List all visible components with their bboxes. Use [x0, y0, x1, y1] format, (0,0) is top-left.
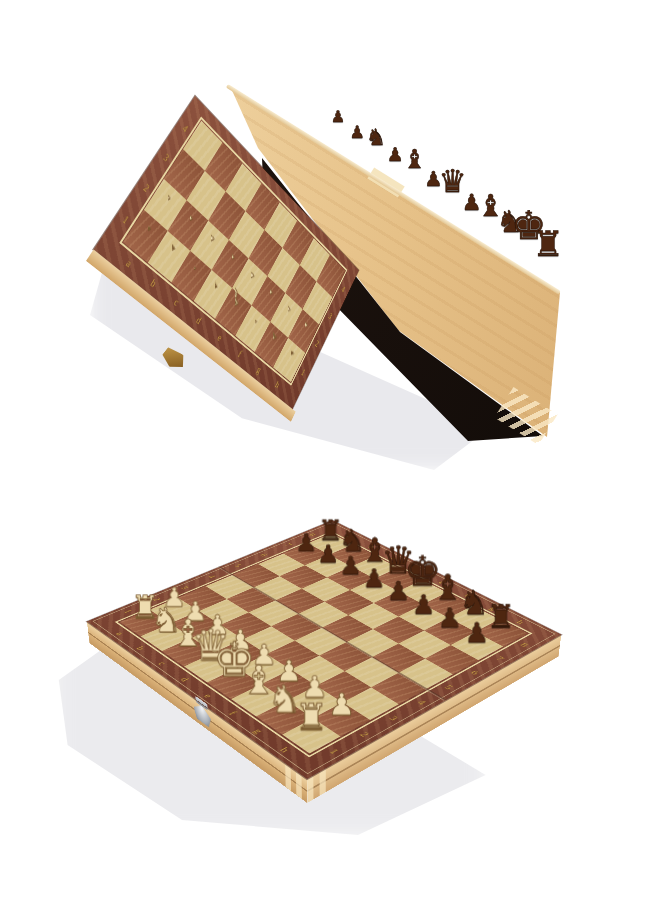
dark-pawn[interactable]: ♟	[317, 541, 339, 566]
white-rook[interactable]: ♜	[295, 699, 328, 736]
product-photo: 4321 4321 abcdefgh ♟♟♟♟♟♟♟♟♜♞♝♛♚♝♞♜ ♟♟♞♟…	[0, 0, 660, 900]
dark-knight[interactable]: ♞	[459, 585, 489, 619]
dark-pawn[interactable]: ♟	[295, 530, 317, 554]
dark-pawn[interactable]: ♟	[438, 604, 462, 631]
dark-pawn[interactable]: ♟	[387, 578, 410, 604]
dark-rook[interactable]: ♜	[487, 601, 516, 633]
figure-flat-set: abcdefgh abcdefgh 87654321 87654321 ♜♞♝♛…	[0, 0, 660, 900]
dark-pawn[interactable]: ♟	[339, 553, 362, 578]
dark-pawn[interactable]: ♟	[363, 565, 386, 591]
white-pawn[interactable]: ♟	[328, 689, 355, 719]
dark-pawn[interactable]: ♟	[412, 591, 436, 618]
dark-pawn[interactable]: ♟	[464, 618, 489, 646]
